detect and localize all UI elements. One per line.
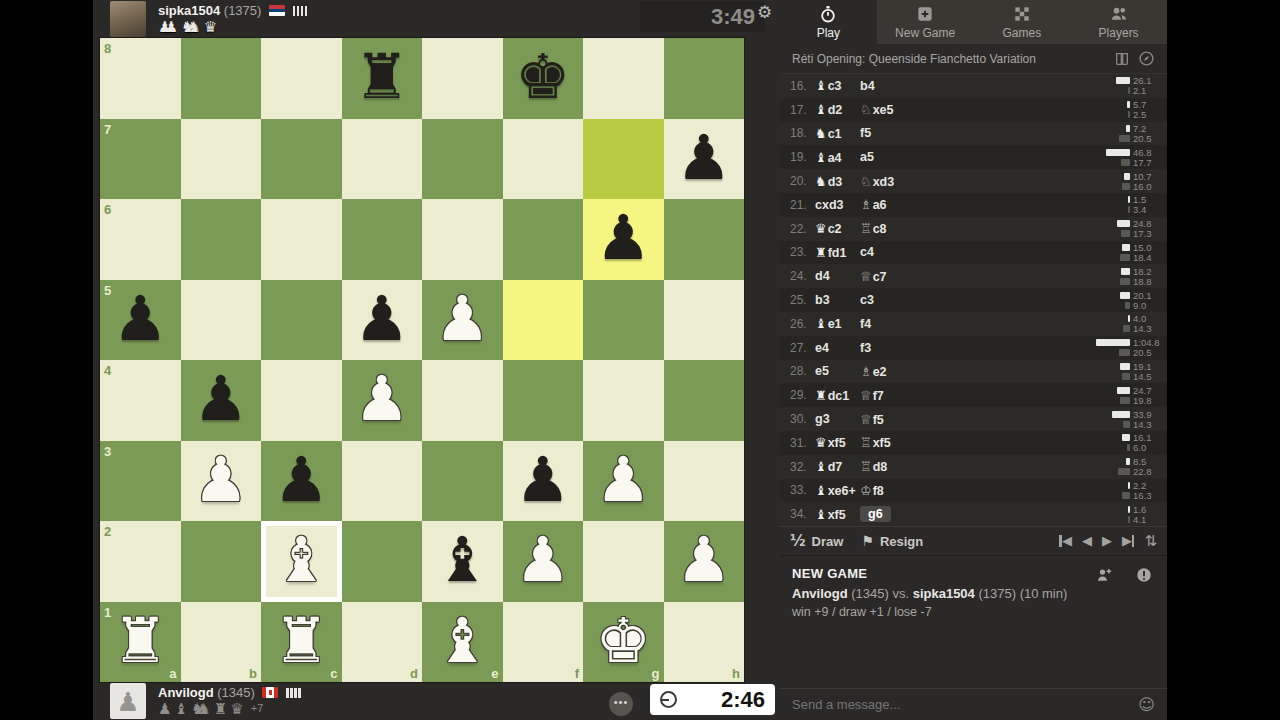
black-move-29[interactable]: ♕f7: [860, 388, 980, 403]
move-number: 20.: [790, 174, 815, 188]
square-h5[interactable]: [664, 280, 745, 361]
flip-board-icon[interactable]: ⇅: [1144, 532, 1157, 550]
player-rating: (1375): [224, 3, 262, 18]
square-d5[interactable]: ♟: [342, 280, 423, 361]
white-pawn-piece: ♟: [342, 360, 423, 441]
connection-bars-icon: [293, 4, 309, 19]
square-a8[interactable]: 8: [100, 38, 181, 119]
black-piece-icon: ♕: [860, 388, 872, 403]
white-move-17[interactable]: ♝d2: [815, 102, 860, 117]
white-move-28[interactable]: e5: [815, 364, 860, 378]
move-row-32: 32.♝d7♖d88.522.8: [780, 455, 1167, 479]
captured-queen-icon: ♛: [230, 700, 236, 718]
black-piece-icon: ♗: [860, 364, 872, 379]
w-time-bar: [1120, 292, 1130, 299]
square-c7[interactable]: [261, 119, 342, 200]
player-name-row: sipka1504 (1375): [158, 3, 309, 19]
square-f3[interactable]: ♟: [503, 441, 584, 522]
b-time-value: 18.8: [1130, 276, 1167, 287]
square-h2[interactable]: ♟: [664, 521, 745, 602]
square-h8[interactable]: [664, 38, 745, 119]
square-b7[interactable]: [181, 119, 262, 200]
w-time-bar: [1122, 434, 1130, 441]
b-time-value: 17.3: [1130, 228, 1167, 239]
square-c2[interactable]: ♝: [261, 521, 342, 602]
white-move-22[interactable]: ♛c2: [815, 221, 860, 236]
square-f2[interactable]: ♟: [503, 521, 584, 602]
move-time-bars: 26.12.1: [1079, 74, 1167, 98]
square-c4[interactable]: [261, 360, 342, 441]
black-move-30[interactable]: ♕f5: [860, 412, 980, 427]
tab-games[interactable]: Games: [974, 0, 1071, 44]
move-time-bars: 24.817.3: [1079, 217, 1167, 241]
square-f4[interactable]: [503, 360, 584, 441]
square-g5[interactable]: [583, 280, 664, 361]
avatar[interactable]: [110, 1, 146, 37]
square-h7[interactable]: ♟: [664, 119, 745, 200]
square-d2[interactable]: [342, 521, 423, 602]
half-point-icon: ½: [790, 532, 806, 550]
square-b3[interactable]: ♟: [181, 441, 262, 522]
square-d7[interactable]: [342, 119, 423, 200]
black-move-19[interactable]: a5: [860, 150, 980, 164]
opening-name: Réti Opening: Queenside Fianchetto Varia…: [792, 52, 1106, 66]
letterboxed-stage: sipka1504 (1375) ♟♟♞♞♛ 3:49 ⚙ 8♜♚7♟6♟5♟♟…: [0, 0, 1280, 720]
b-time-value: 14.5: [1130, 371, 1167, 382]
b-time-value: 20.5: [1130, 347, 1167, 358]
square-h4[interactable]: [664, 360, 745, 441]
white-move-24[interactable]: d4: [815, 269, 860, 283]
captured-knights-icon: ♞♞: [181, 18, 194, 36]
w-time-bar: [1121, 268, 1130, 275]
white-pawn-piece: ♟: [664, 521, 745, 602]
square-a4[interactable]: 4: [100, 360, 181, 441]
w-time-bar: [1117, 387, 1130, 394]
square-c1[interactable]: c♜: [261, 602, 342, 683]
resign-flag-icon: ⚑: [861, 533, 874, 549]
file-label: e: [491, 666, 498, 681]
white-pawn-piece: ♟: [422, 280, 503, 361]
white-move-18[interactable]: ♞c1: [815, 126, 860, 141]
white-piece-icon: ♝: [815, 459, 827, 474]
move-row-16: 16.♝c3b426.12.1: [780, 74, 1167, 98]
white-piece-icon: ♛: [815, 435, 827, 450]
square-h3[interactable]: [664, 441, 745, 522]
player-name-row: Anvilogd (1345): [158, 685, 302, 701]
square-a6[interactable]: 6: [100, 199, 181, 280]
black-move-28[interactable]: ♗e2: [860, 364, 980, 379]
black-move-16[interactable]: b4: [860, 79, 980, 93]
file-label: d: [410, 666, 418, 681]
move-time-bars: 20.19.0: [1079, 288, 1167, 312]
report-alert-icon[interactable]: [1135, 566, 1153, 584]
black-move-23[interactable]: c4: [860, 245, 980, 259]
move-time-bars: 1.53.4: [1079, 193, 1167, 217]
b-time-value: 14.3: [1130, 323, 1167, 334]
move-row-19: 19.♝a4a546.817.7: [780, 145, 1167, 169]
file-label: c: [330, 666, 337, 681]
file-label: a: [169, 666, 176, 681]
opponent-clock: 3:49: [640, 1, 765, 32]
square-g3[interactable]: ♟: [583, 441, 664, 522]
square-d8[interactable]: ♜: [342, 38, 423, 119]
move-time-bars: 2.216.3: [1079, 479, 1167, 503]
square-f5[interactable]: [503, 280, 584, 361]
rank-label: 3: [104, 444, 111, 459]
username[interactable]: Anvilogd: [158, 685, 214, 700]
move-row-30: 30.g3♕f533.914.3: [780, 407, 1167, 431]
black-move-34[interactable]: g6: [860, 506, 980, 522]
white-pawn-piece: ♟: [503, 521, 584, 602]
black-move-18[interactable]: f5: [860, 126, 980, 140]
b-time-value: 9.0: [1130, 300, 1167, 311]
b-time-value: 6.0: [1130, 442, 1167, 453]
black-pawn-piece: ♟: [100, 280, 181, 361]
square-a1[interactable]: 1a♜: [100, 602, 181, 683]
square-c5[interactable]: [261, 280, 342, 361]
opening-book-icon[interactable]: [1114, 51, 1130, 67]
square-e2[interactable]: ♝: [422, 521, 503, 602]
black-piece-icon: ♕: [860, 269, 872, 284]
move-row-22: 22.♛c2♖c824.817.3: [780, 217, 1167, 241]
square-b6[interactable]: [181, 199, 262, 280]
black-move-20[interactable]: ♘xd3: [860, 174, 980, 189]
black-piece-icon: ♖: [860, 221, 872, 236]
white-move-21[interactable]: cxd3: [815, 198, 860, 212]
captured-knights-icon: ♞♞: [191, 700, 204, 718]
b-time-bar: [1122, 492, 1130, 499]
white-pawn-piece: ♟: [583, 441, 664, 522]
file-label: g: [652, 666, 660, 681]
captured-pawn-icon: ♟: [158, 700, 164, 718]
square-c3[interactable]: ♟: [261, 441, 342, 522]
black-pawn-piece: ♟: [181, 360, 262, 441]
white-piece-icon: ♞: [815, 126, 827, 141]
black-bishop-piece: ♝: [422, 521, 503, 602]
square-g2[interactable]: [583, 521, 664, 602]
black-king-piece: ♚: [503, 38, 584, 119]
b-time-value: 18.4: [1130, 252, 1167, 263]
move-time-bars: 10.716.0: [1079, 169, 1167, 193]
white-pawn-piece: ♟: [181, 441, 262, 522]
w-time-bar: [1112, 411, 1130, 418]
move-time-bars: 46.817.7: [1079, 145, 1167, 169]
matchup-username[interactable]: Anvilogd: [792, 586, 848, 601]
move-number: 34.: [790, 507, 815, 521]
go-end-button[interactable]: ▶: [1122, 535, 1135, 547]
move-row-28: 28.e5♗e219.114.5: [780, 360, 1167, 384]
move-row-24: 24.d4♕c718.218.8: [780, 264, 1167, 288]
file-label: b: [249, 666, 257, 681]
move-number: 25.: [790, 293, 815, 307]
explorer-compass-icon[interactable]: [1138, 50, 1155, 67]
matchup-line: Anvilogd (1345) vs. sipka1504 (1375) (10…: [792, 586, 1155, 601]
white-piece-icon: ♞: [815, 174, 827, 189]
white-piece-icon: ♛: [815, 221, 827, 236]
checkerboard-icon: [1012, 4, 1032, 24]
w-time-bar: [1106, 149, 1130, 156]
move-row-26: 26.♝e1f44.014.3: [780, 312, 1167, 336]
rating-change-line: win +9 / draw +1 / lose -7: [792, 605, 1155, 619]
black-pawn-piece: ♟: [503, 441, 584, 522]
move-number: 31.: [790, 436, 815, 450]
w-time-bar: [1096, 339, 1130, 346]
avatar[interactable]: ♟: [110, 683, 146, 719]
move-number: 30.: [790, 412, 815, 426]
move-row-17: 17.♝d2♘xe55.72.5: [780, 98, 1167, 122]
panel-spacer: [780, 627, 1167, 688]
clock-icon: [660, 691, 677, 708]
app-content: sipka1504 (1375) ♟♟♞♞♛ 3:49 ⚙ 8♜♚7♟6♟5♟♟…: [93, 0, 1167, 720]
white-move-33[interactable]: ♝xe6+: [815, 483, 860, 498]
square-e1[interactable]: e♝: [422, 602, 503, 683]
stopwatch-icon: [818, 4, 838, 24]
chess-board: 8♜♚7♟6♟5♟♟♟4♟♟3♟♟♟♟2♝♝♟♟1a♜bc♜de♝fg♚h: [100, 38, 744, 682]
square-d1[interactable]: d: [342, 602, 423, 683]
captured-queen-icon: ♛: [204, 18, 210, 36]
b-time-bar: [1120, 397, 1130, 404]
square-c6[interactable]: [261, 199, 342, 280]
square-e8[interactable]: [422, 38, 503, 119]
white-piece-icon: ♝: [815, 150, 827, 165]
captured-rook-icon: ♜: [214, 700, 220, 718]
go-forward-button[interactable]: ▶: [1102, 535, 1112, 547]
captured-pawns-icon: ♟♟: [158, 18, 171, 36]
player-clock: 2:46: [650, 684, 775, 715]
username[interactable]: sipka1504: [158, 3, 220, 18]
move-row-25: 25.b3c320.19.0: [780, 288, 1167, 312]
b-time-value: 16.0: [1130, 181, 1167, 192]
white-move-25[interactable]: b3: [815, 293, 860, 307]
black-piece-icon: ♘: [860, 102, 872, 117]
white-move-16[interactable]: ♝c3: [815, 78, 860, 93]
square-b4[interactable]: ♟: [181, 360, 262, 441]
rank-label: 1: [104, 605, 111, 620]
move-time-bars: 24.719.8: [1079, 383, 1167, 407]
tab-play[interactable]: Play: [780, 0, 877, 44]
rank-label: 4: [104, 363, 111, 378]
move-time-bars: 4.014.3: [1079, 312, 1167, 336]
square-f6[interactable]: [503, 199, 584, 280]
square-b8[interactable]: [181, 38, 262, 119]
matchup-text: (1345): [848, 586, 893, 601]
square-g8[interactable]: [583, 38, 664, 119]
captured-pieces: ♟♟♞♞♛: [158, 18, 220, 36]
move-time-bars: 15.018.4: [1079, 241, 1167, 265]
move-number: 18.: [790, 126, 815, 140]
square-h6[interactable]: [664, 199, 745, 280]
move-number: 16.: [790, 79, 815, 93]
white-move-23[interactable]: ♜fd1: [815, 245, 860, 260]
move-time-bars: 1.64.1: [1079, 502, 1167, 526]
move-row-33: 33.♝xe6+♔f82.216.3: [780, 479, 1167, 503]
move-number: 32.: [790, 460, 815, 474]
square-g6[interactable]: ♟: [583, 199, 664, 280]
square-f8[interactable]: ♚: [503, 38, 584, 119]
captured-pieces: ♟♝♞♞♜♛+7: [158, 700, 263, 718]
move-list: 16.♝c3b426.12.117.♝d2♘xe55.72.518.♞c1f57…: [780, 74, 1167, 526]
new-game-section: NEW GAME Anvilogd (1345) vs. sipka1504 (…: [780, 556, 1167, 627]
b-time-value: 22.8: [1130, 466, 1167, 477]
square-f1[interactable]: f: [503, 602, 584, 683]
black-pawn-piece: ♟: [664, 119, 745, 200]
move-time-bars: 1:04.820.5: [1079, 336, 1167, 360]
black-move-21[interactable]: ♗a6: [860, 197, 980, 212]
b-time-bar: [1118, 468, 1130, 475]
rank-label: 2: [104, 524, 111, 539]
move-time-bars: 5.72.5: [1079, 98, 1167, 122]
matchup-text: vs.: [892, 586, 912, 601]
square-g7[interactable]: [583, 119, 664, 200]
square-g1[interactable]: g♚: [583, 602, 664, 683]
white-move-30[interactable]: g3: [815, 412, 860, 426]
tab-players[interactable]: Players: [1070, 0, 1167, 44]
square-d3[interactable]: [342, 441, 423, 522]
square-b5[interactable]: [181, 280, 262, 361]
square-a3[interactable]: 3: [100, 441, 181, 522]
b-time-bar: [1121, 159, 1130, 166]
side-panel: Play New Game Games: [780, 0, 1167, 720]
material-advantage: +7: [251, 702, 264, 714]
b-time-bar: [1123, 421, 1130, 428]
move-number: 22.: [790, 222, 815, 236]
tab-bar: Play New Game Games: [780, 0, 1167, 44]
move-row-20: 20.♞d3♘xd310.716.0: [780, 169, 1167, 193]
move-time-bars: 33.914.3: [1079, 407, 1167, 431]
chat-bubble-icon[interactable]: •••: [609, 692, 633, 716]
opening-row: Réti Opening: Queenside Fianchetto Varia…: [780, 44, 1167, 74]
white-move-26[interactable]: ♝e1: [815, 316, 860, 331]
move-row-27: 27.e4f31:04.820.5: [780, 336, 1167, 360]
white-piece-icon: ♝: [815, 507, 827, 522]
go-back-button[interactable]: ◀: [1082, 535, 1092, 547]
square-b1[interactable]: b: [181, 602, 262, 683]
white-move-27[interactable]: e4: [815, 341, 860, 355]
move-navigation: ◀ ◀ ▶ ▶ ⇅: [1059, 532, 1157, 550]
b-time-value: 2.1: [1130, 85, 1167, 96]
top-player-bar: sipka1504 (1375) ♟♟♞♞♛ 3:49: [103, 0, 773, 38]
black-move-24[interactable]: ♕c7: [860, 269, 980, 284]
black-move-25[interactable]: c3: [860, 293, 980, 307]
serbia-flag-icon: [269, 5, 285, 16]
black-move-27[interactable]: f3: [860, 341, 980, 355]
board-pane: sipka1504 (1375) ♟♟♞♞♛ 3:49 ⚙ 8♜♚7♟6♟5♟♟…: [93, 0, 780, 720]
move-time-bars: 18.218.8: [1079, 264, 1167, 288]
move-number: 19.: [790, 150, 815, 164]
black-piece-icon: ♖: [860, 435, 872, 450]
w-time-bar: [1117, 220, 1130, 227]
white-move-20[interactable]: ♞d3: [815, 174, 860, 189]
b-time-value: 14.3: [1130, 419, 1167, 430]
chat-bar: ☺: [780, 688, 1167, 720]
black-piece-icon: ♘: [860, 174, 872, 189]
file-label: f: [575, 666, 579, 681]
file-label: h: [732, 666, 740, 681]
black-pawn-piece: ♟: [342, 280, 423, 361]
b-time-bar: [1120, 278, 1130, 285]
tab-new-game[interactable]: New Game: [877, 0, 974, 44]
black-rook-piece: ♜: [342, 38, 423, 119]
move-time-bars: 19.114.5: [1079, 360, 1167, 384]
white-move-19[interactable]: ♝a4: [815, 150, 860, 165]
connection-bars-icon: [286, 686, 302, 701]
w-time-bar: [1122, 244, 1130, 251]
move-row-29: 29.♜dc1♕f724.719.8: [780, 383, 1167, 407]
square-h1[interactable]: h: [664, 602, 745, 683]
black-move-33[interactable]: ♔f8: [860, 483, 980, 498]
b-time-value: 17.7: [1130, 157, 1167, 168]
matchup-username[interactable]: sipka1504: [913, 586, 975, 601]
black-move-26[interactable]: f4: [860, 317, 980, 331]
square-d4[interactable]: ♟: [342, 360, 423, 441]
white-piece-icon: ♝: [815, 102, 827, 117]
w-time-bar: [1120, 363, 1130, 370]
b-time-bar: [1119, 349, 1130, 356]
add-friend-icon[interactable]: [1095, 566, 1113, 584]
white-move-34[interactable]: ♝xf5: [815, 507, 860, 522]
square-c8[interactable]: [261, 38, 342, 119]
move-row-34: 34.♝xf5g61.64.1: [780, 502, 1167, 526]
move-number: 29.: [790, 388, 815, 402]
white-piece-icon: ♝: [815, 316, 827, 331]
square-f7[interactable]: [503, 119, 584, 200]
white-piece-icon: ♜: [815, 388, 827, 403]
player-rating: (1345): [217, 685, 255, 700]
square-e4[interactable]: [422, 360, 503, 441]
square-g4[interactable]: [583, 360, 664, 441]
square-e6[interactable]: [422, 199, 503, 280]
black-move-17[interactable]: ♘xe5: [860, 102, 980, 117]
b-time-bar: [1122, 373, 1130, 380]
square-d6[interactable]: [342, 199, 423, 280]
black-pawn-piece: ♟: [583, 199, 664, 280]
resign-button[interactable]: ⚑ Resign: [861, 533, 923, 549]
go-start-button[interactable]: ◀: [1059, 535, 1072, 547]
settings-gear-icon[interactable]: ⚙: [757, 2, 772, 22]
white-move-31[interactable]: ♛xf5: [815, 435, 860, 450]
white-move-32[interactable]: ♝d7: [815, 459, 860, 474]
b-time-value: 2.5: [1130, 109, 1167, 120]
chat-message-input[interactable]: [792, 697, 1138, 712]
square-e3[interactable]: [422, 441, 503, 522]
players-icon: [1109, 4, 1129, 24]
square-b2[interactable]: [181, 521, 262, 602]
square-a2[interactable]: 2: [100, 521, 181, 602]
move-row-23: 23.♜fd1c415.018.4: [780, 241, 1167, 265]
black-piece-icon: ♗: [860, 197, 872, 212]
move-number: 26.: [790, 317, 815, 331]
emoji-smiley-icon[interactable]: ☺: [1138, 695, 1155, 714]
square-a7[interactable]: 7: [100, 119, 181, 200]
rank-label: 8: [104, 41, 111, 56]
draw-button[interactable]: ½ Draw: [790, 532, 843, 550]
game-controls: ½ Draw ⚑ Resign ◀ ◀ ▶ ▶ ⇅: [780, 526, 1167, 556]
move-number: 23.: [790, 245, 815, 259]
square-e5[interactable]: ♟: [422, 280, 503, 361]
move-number: 28.: [790, 364, 815, 378]
move-number: 24.: [790, 269, 815, 283]
move-number: 17.: [790, 103, 815, 117]
white-bishop-piece: ♝: [261, 521, 342, 602]
square-a5[interactable]: 5♟: [100, 280, 181, 361]
black-move-22[interactable]: ♖c8: [860, 221, 980, 236]
square-e7[interactable]: [422, 119, 503, 200]
black-move-32[interactable]: ♖d8: [860, 459, 980, 474]
white-move-29[interactable]: ♜dc1: [815, 388, 860, 403]
captured-bishop-icon: ♝: [174, 700, 180, 718]
black-move-31[interactable]: ♖xf5: [860, 435, 980, 450]
b-time-value: 19.8: [1130, 395, 1167, 406]
